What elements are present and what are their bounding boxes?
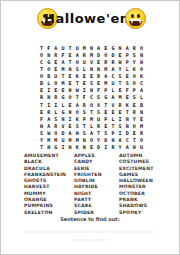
grid-cell: M (59, 80, 66, 87)
grid-cell: P (124, 52, 131, 59)
grid-cell: T (116, 80, 123, 87)
grid-cell: L (138, 94, 145, 101)
grid-cell: M (138, 123, 145, 130)
word-list-col-2: APPLESCANDYEERIEFRIGHTENGOBLINHAYRIDENIG… (74, 153, 119, 216)
grid-cell: S (81, 130, 88, 137)
grid-cell: H (74, 130, 81, 137)
grid-cell: I (116, 116, 123, 123)
grid-cell: E (116, 52, 123, 59)
grid-cell: O (138, 45, 145, 52)
grid-cell: H (38, 123, 45, 130)
grid-cell: O (38, 52, 45, 59)
grid-cell: W (74, 87, 81, 94)
grid-cell: R (116, 102, 123, 109)
grid-cell: A (67, 130, 74, 137)
grid-cell: S (88, 80, 95, 87)
grid-cell: A (109, 94, 116, 101)
grid-cell: E (67, 52, 74, 59)
grid-cell: L (59, 102, 66, 109)
grid-cell: D (124, 130, 131, 137)
grid-cell: E (131, 130, 138, 137)
grid-cell: I (59, 144, 66, 151)
grid-cell: C (38, 59, 45, 66)
grid-cell: U (95, 116, 102, 123)
grid-cell: T (88, 109, 95, 116)
grid-cell: L (81, 66, 88, 73)
grid-cell: H (138, 59, 145, 66)
grid-cell: B (38, 80, 45, 87)
grid-cell: F (124, 87, 131, 94)
grid-cell: A (124, 144, 131, 151)
grid-cell: T (131, 137, 138, 144)
grid-cell: N (88, 45, 95, 52)
grid-cell: I (67, 116, 74, 123)
grid-cell: E (124, 73, 131, 80)
grid-cell: D (109, 52, 116, 59)
grid-cell: N (81, 144, 88, 151)
grid-cell: O (52, 130, 59, 137)
sentence-blanks: ____ ______ _________ _______ ____ _____… (1, 225, 179, 241)
grid-cell: E (67, 102, 74, 109)
grid-cell: M (88, 52, 95, 59)
grid-cell: T (102, 102, 109, 109)
grid-cell: M (45, 137, 52, 144)
grid-cell: S (95, 94, 102, 101)
grid-cell: T (67, 59, 74, 66)
grid-cell: I (52, 102, 59, 109)
grid-cell: R (95, 123, 102, 130)
grid-cell: E (116, 109, 123, 116)
grid-cell: U (52, 73, 59, 80)
grid-cell: Y (38, 137, 45, 144)
grid-cell: E (124, 94, 131, 101)
grid-cell: T (38, 102, 45, 109)
grid-cell: W (45, 130, 52, 137)
grid-cell: S (124, 80, 131, 87)
grid-cell: O (131, 80, 138, 87)
grid-cell: E (131, 102, 138, 109)
grid-cell: F (38, 116, 45, 123)
grid-cell: P (102, 116, 109, 123)
grid-cell: E (52, 87, 59, 94)
grid-cell: X (95, 102, 102, 109)
grid-cell: T (59, 73, 66, 80)
grid-cell: U (81, 59, 88, 66)
grid-cell: O (74, 59, 81, 66)
grid-cell: S (38, 130, 45, 137)
grid-cell: A (109, 66, 116, 73)
grid-cell: E (102, 123, 109, 130)
grid-cell: K (74, 116, 81, 123)
sentence-blank-line: ____ ______ _________ _______ ____ _____… (1, 225, 179, 233)
grid-cell: R (45, 109, 52, 116)
grid-cell: S (102, 130, 109, 137)
grid-cell: V (59, 123, 66, 130)
grid-cell: G (102, 94, 109, 101)
grid-cell: A (138, 87, 145, 94)
grid-cell: E (38, 87, 45, 94)
grid-cell: F (81, 94, 88, 101)
emoji-mouth (129, 19, 142, 26)
grid-cell: M (67, 137, 74, 144)
grid-cell: T (124, 109, 131, 116)
grid-cell: R (138, 130, 145, 137)
grid-cell: L (52, 109, 59, 116)
grid-cell: S (52, 116, 59, 123)
grid-cell: E (59, 87, 66, 94)
grid-cell: W (116, 59, 123, 66)
grid-cell: T (38, 45, 45, 52)
grid-cell: O (131, 123, 138, 130)
grid-cell: E (38, 109, 45, 116)
grid-cell: M (116, 94, 123, 101)
grid-cell: N (124, 123, 131, 130)
grid-cell: P (81, 116, 88, 123)
grid-cell: T (81, 123, 88, 130)
grid-cell: R (109, 59, 116, 66)
grid-cell: K (124, 102, 131, 109)
grid-cell: V (109, 102, 116, 109)
grid-cell: R (52, 52, 59, 59)
grid-cell: U (59, 137, 66, 144)
grid-cell: K (74, 73, 81, 80)
grid-cell: E (52, 59, 59, 66)
grid-cell: L (88, 123, 95, 130)
grid-cell: Y (95, 137, 102, 144)
grid-cell: G (52, 144, 59, 151)
grid-cell: Y (131, 59, 138, 66)
grid-cell: A (74, 102, 81, 109)
grid-cell: G (109, 45, 116, 52)
grid-cell: E (81, 80, 88, 87)
sentence-blank-line: ______ ____ (1, 233, 179, 241)
grid-cell: R (131, 109, 138, 116)
grid-cell: S (116, 123, 123, 130)
grid-cell: S (131, 94, 138, 101)
grid-cell: C (88, 94, 95, 101)
grid-cell: N (59, 116, 66, 123)
grid-cell: T (95, 130, 102, 137)
grid-cell: U (138, 144, 145, 151)
grid-cell: A (52, 45, 59, 52)
grid-cell: M (59, 66, 66, 73)
grid-cell: S (74, 66, 81, 73)
grid-cell: D (95, 52, 102, 59)
grid-cell: C (124, 137, 131, 144)
word-list-col-1: AMUSEMENTBLACKDRACULAFRANKENSTEINGHOSTSH… (24, 153, 74, 216)
grid-cell: S (131, 52, 138, 59)
grid-cell: R (81, 102, 88, 109)
grid-cell: F (45, 45, 52, 52)
grid-cell: E (88, 73, 95, 80)
grid-cell: N (67, 66, 74, 73)
grid-cell: K (131, 66, 138, 73)
grid-cell: Y (116, 66, 123, 73)
grid-cell: N (138, 109, 145, 116)
word-list-col-3: AUTUMNCOSTUMESEXCITEMENTGAMESHALLOWEENMO… (119, 153, 164, 216)
grid-cell: F (95, 87, 102, 94)
grid-cell: T (74, 94, 81, 101)
grid-cell: N (45, 94, 52, 101)
grid-cell: N (95, 66, 102, 73)
grid-cell: R (52, 94, 59, 101)
grid-cell: O (45, 66, 52, 73)
grid-cell: V (88, 59, 95, 66)
grid-cell: P (109, 130, 116, 137)
grid-cell: Y (131, 116, 138, 123)
grid-cell: I (45, 102, 52, 109)
grid-cell: U (59, 45, 66, 52)
grid-cell: L (124, 66, 131, 73)
grid-cell: A (45, 116, 52, 123)
grid-cell: N (88, 66, 95, 73)
grid-cell: D (59, 130, 66, 137)
grid-cell: F (59, 52, 66, 59)
grid-cell: K (138, 73, 145, 80)
grid-cell: M (81, 45, 88, 52)
page-title: Hallowe'en! (1, 11, 179, 26)
grid-cell: G (59, 109, 66, 116)
grid-cell: I (116, 130, 123, 137)
grid-cell: O (88, 137, 95, 144)
grid-cell: P (102, 87, 109, 94)
grid-cell: M (52, 137, 59, 144)
word-list: AMUSEMENTBLACKDRACULAFRANKENSTEINGHOSTSH… (24, 153, 164, 216)
grid-cell: R (95, 73, 102, 80)
grid-cell: R (81, 52, 88, 59)
grid-cell: E (67, 73, 74, 80)
grid-cell: S (95, 109, 102, 116)
grid-cell: E (67, 123, 74, 130)
grid-cell: A (74, 52, 81, 59)
sentence-label: Sentence to find out: (1, 216, 179, 222)
grid-cell: A (116, 137, 123, 144)
grid-cell: O (138, 66, 145, 73)
grid-cell: H (131, 144, 138, 151)
emoji-eye-icon (137, 14, 140, 18)
grid-cell: E (88, 144, 95, 151)
grid-cell: S (116, 73, 123, 80)
grid-cell: U (74, 45, 81, 52)
grid-cell: N (81, 137, 88, 144)
grid-cell: A (45, 123, 52, 130)
emoji-eye-icon (131, 14, 134, 18)
grid-cell: T (38, 144, 45, 151)
grid-cell: K (74, 144, 81, 151)
grid-cell: D (95, 144, 102, 151)
grid-cell: B (138, 102, 145, 109)
grid-cell: S (74, 123, 81, 130)
grid-cell: G (59, 94, 66, 101)
grid-cell: L (45, 80, 52, 87)
grid-cell: I (102, 144, 109, 151)
grid-cell: M (88, 116, 95, 123)
grid-cell: O (88, 102, 95, 109)
grid-cell: I (81, 87, 88, 94)
grid-cell: N (109, 137, 116, 144)
grid-cell: H (67, 109, 74, 116)
emoji-fang-icon (139, 21, 141, 24)
grid-cell: O (102, 52, 109, 59)
word-search-grid: TFAUTUMNAEGNAROONRFEARMDODEPSNCGEATOUVER… (38, 45, 145, 151)
grid-cell: E (95, 80, 102, 87)
grid-cell: E (116, 87, 123, 94)
worksheet-page: Hallowe'en! TFAUTUMNAEGNAROONRFEARMDODEP… (0, 0, 180, 255)
grid-cell: O (52, 80, 59, 87)
grid-cell: E (67, 80, 74, 87)
grid-cell: E (81, 73, 88, 80)
grid-cell: G (45, 59, 52, 66)
grid-cell: C (138, 80, 145, 87)
grid-cell: N (45, 52, 52, 59)
grid-cell: H (45, 144, 52, 151)
grid-cell: R (102, 59, 109, 66)
grid-cell: S (81, 109, 88, 116)
emoji-fang-icon (131, 21, 133, 24)
grid-cell: L (109, 116, 116, 123)
grid-cell: N (116, 45, 123, 52)
grid-cell: O (67, 94, 74, 101)
grid-cell: N (88, 87, 95, 94)
grid-cell: U (109, 80, 116, 87)
grid-cell: H (67, 87, 74, 94)
grid-cell: E (52, 66, 59, 73)
grid-cell: E (138, 116, 145, 123)
grid-cell: M (102, 80, 109, 87)
grid-cell: E (109, 109, 116, 116)
grid-cell: A (95, 45, 102, 52)
grid-cell: M (102, 66, 109, 73)
grid-cell: D (102, 137, 109, 144)
grid-cell: O (74, 109, 81, 116)
grid-cell: T (109, 123, 116, 130)
grid-cell: Y (116, 144, 123, 151)
grid-cell: T (74, 80, 81, 87)
grid-cell: C (109, 73, 116, 80)
grid-cell: M (74, 137, 81, 144)
grid-cell: O (38, 73, 45, 80)
grid-cell: P (124, 59, 131, 66)
grid-cell: A (124, 45, 131, 52)
grid-cell: E (102, 45, 109, 52)
grid-cell: E (95, 59, 102, 66)
grid-cell: T (38, 66, 45, 73)
grid-cell: O (131, 73, 138, 80)
grid-cell: A (102, 73, 109, 80)
grid-cell: R (109, 144, 116, 151)
grid-cell: L (109, 87, 116, 94)
grid-cell: R (38, 94, 45, 101)
grid-cell: N (138, 52, 145, 59)
grid-cell: I (45, 87, 52, 94)
grid-cell: R (131, 45, 138, 52)
grid-cell: N (67, 144, 74, 151)
vampire-smiley-icon (125, 8, 146, 29)
grid-cell: B (45, 73, 52, 80)
grid-cell: A (88, 130, 95, 137)
grid-cell: O (138, 137, 145, 144)
grid-cell: P (131, 87, 138, 94)
grid-cell: E (102, 109, 109, 116)
grid-cell: T (67, 45, 74, 52)
grid-cell: A (59, 59, 66, 66)
grid-cell: N (124, 116, 131, 123)
grid-cell: R (52, 123, 59, 130)
